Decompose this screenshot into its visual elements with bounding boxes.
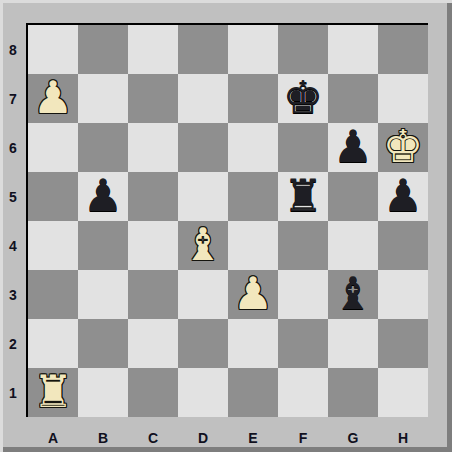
white-rook[interactable]: ♜ — [33, 369, 73, 414]
square-g8[interactable] — [328, 25, 378, 74]
square-h1[interactable] — [378, 368, 428, 417]
square-b4[interactable] — [78, 221, 128, 270]
rank-label-8: 8 — [0, 25, 26, 74]
square-h3[interactable] — [378, 270, 428, 319]
black-bishop[interactable]: ♝ — [333, 271, 373, 316]
rank-label-3: 3 — [0, 270, 26, 319]
square-c7[interactable] — [128, 74, 178, 123]
square-c5[interactable] — [128, 172, 178, 221]
square-c3[interactable] — [128, 270, 178, 319]
square-a2[interactable] — [28, 319, 78, 368]
board-frame: 87654321 ♟♚♟♚♟♜♟♝♟♝♜ ABCDEFGH — [0, 0, 452, 452]
square-a1[interactable]: ♜ — [28, 368, 78, 417]
square-a8[interactable] — [28, 25, 78, 74]
chess-board: ♟♚♟♚♟♜♟♝♟♝♜ — [26, 23, 428, 417]
white-bishop[interactable]: ♝ — [183, 222, 223, 267]
square-a6[interactable] — [28, 123, 78, 172]
file-label-a: A — [28, 425, 78, 451]
square-h8[interactable] — [378, 25, 428, 74]
square-c4[interactable] — [128, 221, 178, 270]
square-d3[interactable] — [178, 270, 228, 319]
file-label-h: H — [378, 425, 428, 451]
square-g4[interactable] — [328, 221, 378, 270]
square-f5[interactable]: ♜ — [278, 172, 328, 221]
square-h6[interactable]: ♚ — [378, 123, 428, 172]
rank-label-4: 4 — [0, 221, 26, 270]
square-f3[interactable] — [278, 270, 328, 319]
black-pawn[interactable]: ♟ — [83, 173, 123, 218]
black-pawn[interactable]: ♟ — [333, 124, 373, 169]
square-e8[interactable] — [228, 25, 278, 74]
square-b8[interactable] — [78, 25, 128, 74]
square-g3[interactable]: ♝ — [328, 270, 378, 319]
file-label-d: D — [178, 425, 228, 451]
square-b6[interactable] — [78, 123, 128, 172]
square-d4[interactable]: ♝ — [178, 221, 228, 270]
square-d8[interactable] — [178, 25, 228, 74]
square-d7[interactable] — [178, 74, 228, 123]
square-e2[interactable] — [228, 319, 278, 368]
rank-label-6: 6 — [0, 123, 26, 172]
square-b2[interactable] — [78, 319, 128, 368]
rank-label-7: 7 — [0, 74, 26, 123]
square-e3[interactable]: ♟ — [228, 270, 278, 319]
square-h2[interactable] — [378, 319, 428, 368]
file-label-f: F — [278, 425, 328, 451]
white-king[interactable]: ♚ — [383, 124, 423, 169]
square-c1[interactable] — [128, 368, 178, 417]
square-d6[interactable] — [178, 123, 228, 172]
square-e5[interactable] — [228, 172, 278, 221]
square-g7[interactable] — [328, 74, 378, 123]
square-h4[interactable] — [378, 221, 428, 270]
black-pawn[interactable]: ♟ — [383, 173, 423, 218]
square-b3[interactable] — [78, 270, 128, 319]
file-label-c: C — [128, 425, 178, 451]
square-e6[interactable] — [228, 123, 278, 172]
square-g6[interactable]: ♟ — [328, 123, 378, 172]
square-e4[interactable] — [228, 221, 278, 270]
square-g1[interactable] — [328, 368, 378, 417]
square-a3[interactable] — [28, 270, 78, 319]
square-b5[interactable]: ♟ — [78, 172, 128, 221]
square-f1[interactable] — [278, 368, 328, 417]
rank-label-1: 1 — [0, 368, 26, 417]
square-h7[interactable] — [378, 74, 428, 123]
square-d1[interactable] — [178, 368, 228, 417]
square-f6[interactable] — [278, 123, 328, 172]
square-g5[interactable] — [328, 172, 378, 221]
square-f8[interactable] — [278, 25, 328, 74]
black-rook[interactable]: ♜ — [283, 173, 323, 218]
square-f2[interactable] — [278, 319, 328, 368]
square-b1[interactable] — [78, 368, 128, 417]
square-a7[interactable]: ♟ — [28, 74, 78, 123]
square-c6[interactable] — [128, 123, 178, 172]
square-e1[interactable] — [228, 368, 278, 417]
square-h5[interactable]: ♟ — [378, 172, 428, 221]
rank-label-5: 5 — [0, 172, 26, 221]
square-d2[interactable] — [178, 319, 228, 368]
file-label-e: E — [228, 425, 278, 451]
file-label-g: G — [328, 425, 378, 451]
square-c2[interactable] — [128, 319, 178, 368]
square-a4[interactable] — [28, 221, 78, 270]
square-f7[interactable]: ♚ — [278, 74, 328, 123]
square-g2[interactable] — [328, 319, 378, 368]
file-label-b: B — [78, 425, 128, 451]
square-b7[interactable] — [78, 74, 128, 123]
square-a5[interactable] — [28, 172, 78, 221]
square-e7[interactable] — [228, 74, 278, 123]
white-pawn[interactable]: ♟ — [233, 271, 273, 316]
white-pawn[interactable]: ♟ — [33, 75, 73, 120]
square-c8[interactable] — [128, 25, 178, 74]
rank-labels: 87654321 — [0, 25, 26, 417]
square-d5[interactable] — [178, 172, 228, 221]
square-f4[interactable] — [278, 221, 328, 270]
file-labels: ABCDEFGH — [28, 425, 428, 451]
rank-label-2: 2 — [0, 319, 26, 368]
black-king[interactable]: ♚ — [283, 75, 323, 120]
